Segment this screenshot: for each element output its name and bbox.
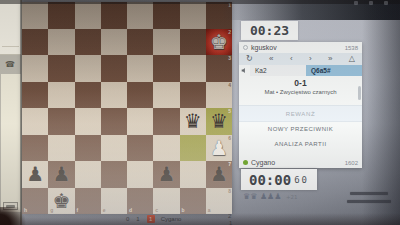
square-c2[interactable]	[153, 29, 179, 56]
square-b1[interactable]	[180, 2, 206, 29]
online-status-icon	[243, 160, 248, 165]
analysis-button[interactable]: ANALIZA PARTII	[239, 137, 362, 152]
square-h5[interactable]	[22, 108, 48, 135]
clock-fraction: 60	[294, 175, 309, 185]
square-b3[interactable]	[180, 55, 206, 82]
square-e3[interactable]	[101, 55, 127, 82]
square-d5[interactable]	[127, 108, 153, 135]
square-f7[interactable]	[75, 161, 101, 188]
captured-pieces: ♛♛ ♟♟♟ +21	[243, 192, 298, 201]
square-a6[interactable]: ♟6	[206, 135, 232, 162]
rank-label: 1	[228, 3, 231, 8]
replay-controls: ↻ « ‹ › » △	[239, 53, 362, 65]
square-f1[interactable]	[75, 2, 101, 29]
scrollbar[interactable]	[358, 86, 361, 100]
square-f2[interactable]	[75, 29, 101, 56]
illegible-text-line	[347, 200, 391, 203]
top-player-rating: 1538	[345, 45, 358, 51]
file-label: f	[77, 208, 79, 213]
phone-icon: ☎	[5, 60, 15, 69]
crosstable-total: 2	[228, 213, 231, 219]
square-f5[interactable]	[75, 108, 101, 135]
piece-black-pawn: ♟	[22, 161, 48, 187]
square-a8[interactable]: 8a	[206, 188, 232, 215]
crosstable-game-result[interactable]: 1	[136, 216, 139, 222]
square-g1[interactable]	[48, 2, 74, 29]
background-card	[1, 74, 21, 212]
square-a5[interactable]: ♛5	[206, 108, 232, 135]
square-e6[interactable]	[101, 135, 127, 162]
square-b2[interactable]	[180, 29, 206, 56]
file-label: g	[50, 208, 53, 213]
square-c4[interactable]	[153, 82, 179, 109]
clock-minutes-seconds: 00:00	[249, 172, 291, 188]
top-player-row: kguskov 1538	[239, 42, 362, 53]
square-a7[interactable]: ♟7	[206, 161, 232, 188]
player-clock: 00:00 60	[241, 169, 317, 190]
square-e8[interactable]: e	[101, 188, 127, 215]
square-g5[interactable]	[48, 108, 74, 135]
square-b7[interactable]	[180, 161, 206, 188]
background-window-strip: ☎	[0, 0, 22, 225]
file-label: h	[24, 208, 27, 213]
chess-board[interactable]: 1♚234♛♛5♟6♟♟♟♟7h♚gfedcb8a	[22, 2, 232, 214]
square-f4[interactable]	[75, 82, 101, 109]
game-panel: kguskov 1538 ↻ « ‹ › » △ Ka2 Q6a5# 0-1 M…	[239, 42, 362, 168]
square-b5[interactable]: ♛	[180, 108, 206, 135]
crosstable-total: 1	[229, 220, 232, 225]
square-d1[interactable]	[127, 2, 153, 29]
screen-photo: ☎ 1♚234♛♛5♟6♟♟♟♟7h♚gfedcb8a 00:23 kgusko…	[0, 0, 400, 225]
square-h7[interactable]: ♟	[22, 161, 48, 188]
illegible-text-line	[6, 205, 15, 208]
square-g4[interactable]	[48, 82, 74, 109]
offline-status-icon	[243, 45, 248, 50]
square-h6[interactable]	[22, 135, 48, 162]
divider	[2, 46, 19, 47]
background-card	[0, 0, 21, 55]
square-c1[interactable]	[153, 2, 179, 29]
square-g6[interactable]	[48, 135, 74, 162]
square-e4[interactable]	[101, 82, 127, 109]
file-label: a	[208, 208, 211, 213]
rank-label: 6	[228, 136, 231, 141]
square-a2[interactable]: ♚2	[206, 29, 232, 56]
rank-label: 7	[228, 162, 231, 167]
small-badge-box	[3, 202, 18, 210]
first-move-icon[interactable]: «	[269, 53, 273, 65]
square-c6[interactable]	[153, 135, 179, 162]
file-label: b	[182, 208, 185, 213]
crosstable-player-name[interactable]: Cygano	[161, 216, 182, 222]
piece-black-queen: ♛	[180, 108, 206, 134]
captured-pawns: ♟♟♟	[260, 192, 282, 201]
rank-label: 8	[228, 189, 231, 194]
prev-move-icon[interactable]: ‹	[290, 53, 293, 65]
flip-board-icon[interactable]: ↻	[246, 53, 253, 65]
illegible-text-line	[350, 192, 388, 195]
rematch-button[interactable]: REWANŻ	[239, 105, 362, 122]
square-g3[interactable]	[48, 55, 74, 82]
rank-label: 5	[228, 109, 231, 114]
square-b4[interactable]	[180, 82, 206, 109]
crosstable-current-game[interactable]: 1	[147, 215, 155, 223]
square-e5[interactable]	[101, 108, 127, 135]
next-move-icon[interactable]: ›	[309, 53, 312, 65]
crosstable: 0 1 1 Cygano	[126, 215, 181, 223]
rank-label: 4	[228, 83, 231, 88]
square-f6[interactable]	[75, 135, 101, 162]
square-f8[interactable]: f	[75, 188, 101, 215]
square-e1[interactable]	[101, 2, 127, 29]
file-label: d	[129, 208, 132, 213]
square-d2[interactable]	[127, 29, 153, 56]
move-black-current[interactable]: Q6a5#	[306, 65, 362, 76]
game-result: 0-1	[239, 76, 362, 89]
piece-black-pawn: ♟	[48, 161, 74, 187]
square-a4[interactable]: 4	[206, 82, 232, 109]
square-d4[interactable]	[127, 82, 153, 109]
bottom-player-row: Cygano 1602	[239, 157, 362, 168]
bottom-player-name[interactable]: Cygano	[251, 159, 345, 166]
new-opponent-button[interactable]: NOWY PRZECIWNIK	[239, 122, 362, 137]
square-c7[interactable]: ♟	[153, 161, 179, 188]
sound-icon[interactable]	[239, 65, 250, 76]
photo-vignette	[0, 213, 400, 225]
square-c5[interactable]	[153, 108, 179, 135]
square-b8[interactable]: b	[180, 188, 206, 215]
square-h1[interactable]	[22, 2, 48, 29]
captured-queens: ♛♛	[243, 192, 257, 201]
top-player-name[interactable]: kguskov	[251, 44, 345, 51]
browser-toolbar-icons	[354, 1, 388, 5]
piece-black-pawn: ♟	[153, 161, 179, 187]
square-h8[interactable]: h	[22, 188, 48, 215]
square-b6[interactable]	[180, 135, 206, 162]
material-advantage: +21	[286, 194, 298, 200]
square-d7[interactable]	[127, 161, 153, 188]
square-g2[interactable]	[48, 29, 74, 56]
move-white[interactable]: Ka2	[250, 65, 306, 76]
file-label: e	[103, 208, 106, 213]
opponent-clock: 00:23	[241, 21, 298, 40]
square-d6[interactable]	[127, 135, 153, 162]
square-a3[interactable]: 3	[206, 55, 232, 82]
square-h2[interactable]	[22, 29, 48, 56]
rank-label: 3	[228, 56, 231, 61]
square-g7[interactable]: ♟	[48, 161, 74, 188]
square-e7[interactable]	[101, 161, 127, 188]
square-c3[interactable]	[153, 55, 179, 82]
square-d8[interactable]: d	[127, 188, 153, 215]
last-move-icon[interactable]: »	[328, 53, 332, 65]
rank-label: 2	[228, 30, 231, 35]
square-f3[interactable]	[75, 55, 101, 82]
square-h3[interactable]	[22, 55, 48, 82]
analysis-icon[interactable]: △	[349, 53, 355, 65]
square-a1[interactable]: 1	[206, 2, 232, 29]
square-d3[interactable]	[127, 55, 153, 82]
file-label: c	[155, 208, 158, 213]
square-e2[interactable]	[101, 29, 127, 56]
square-c8[interactable]: c	[153, 188, 179, 215]
game-status-text: Mat • Zwycięstwo czarnych	[239, 89, 362, 99]
square-g8[interactable]: ♚g	[48, 188, 74, 215]
crosstable-game-result[interactable]: 0	[126, 216, 129, 222]
bottom-player-rating: 1602	[345, 160, 358, 166]
square-h4[interactable]	[22, 82, 48, 109]
move-list: Ka2 Q6a5#	[239, 65, 362, 76]
